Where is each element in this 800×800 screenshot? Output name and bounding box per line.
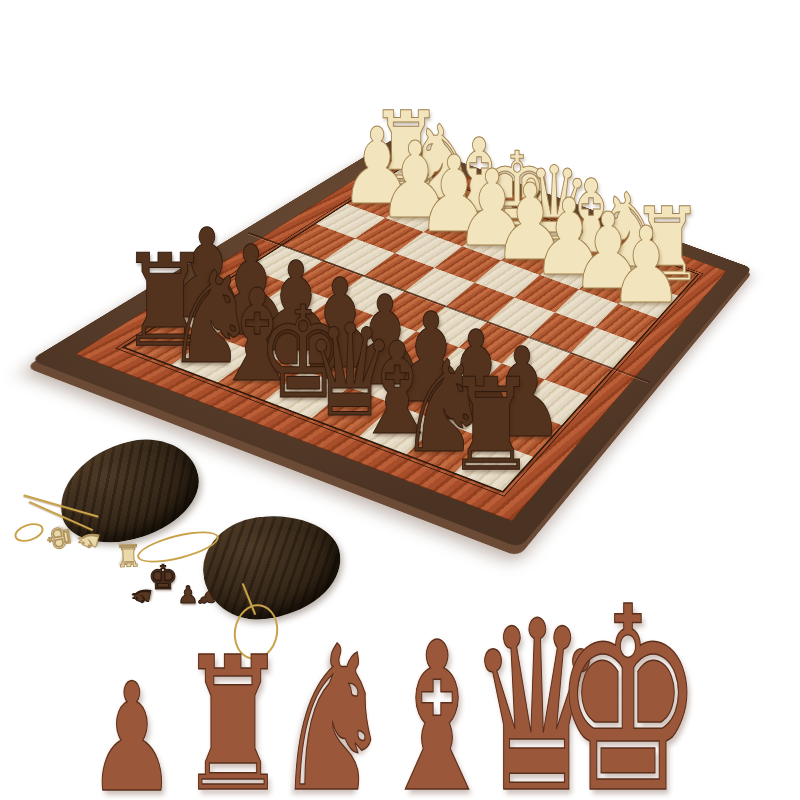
lineup-piece-R: ♜ xyxy=(178,633,287,800)
mini-piece-N: ♞ xyxy=(128,583,156,609)
lineup-piece-B: ♝ xyxy=(376,616,497,800)
lineup-piece-Q: ♛ xyxy=(467,590,606,800)
mini-piece-R: ♜ xyxy=(114,539,142,570)
lineup-piece-P: ♟ xyxy=(88,663,177,800)
velvet-pouch-right xyxy=(198,509,346,625)
lineup-piece-N: ♞ xyxy=(274,620,392,800)
lineup-piece-K: ♚ xyxy=(553,573,704,800)
mini-piece-K: ♚ xyxy=(43,522,77,554)
board-grid xyxy=(122,166,700,493)
chess-set-product-photo: ♜♞♝♚♛♝♞♜♟♟♟♟♟♟♟♟♟♟♟♟♟♟♟♟♜♞♝♚♛♝♞♜ ♚♞♜♚♞♟♟… xyxy=(0,0,800,800)
